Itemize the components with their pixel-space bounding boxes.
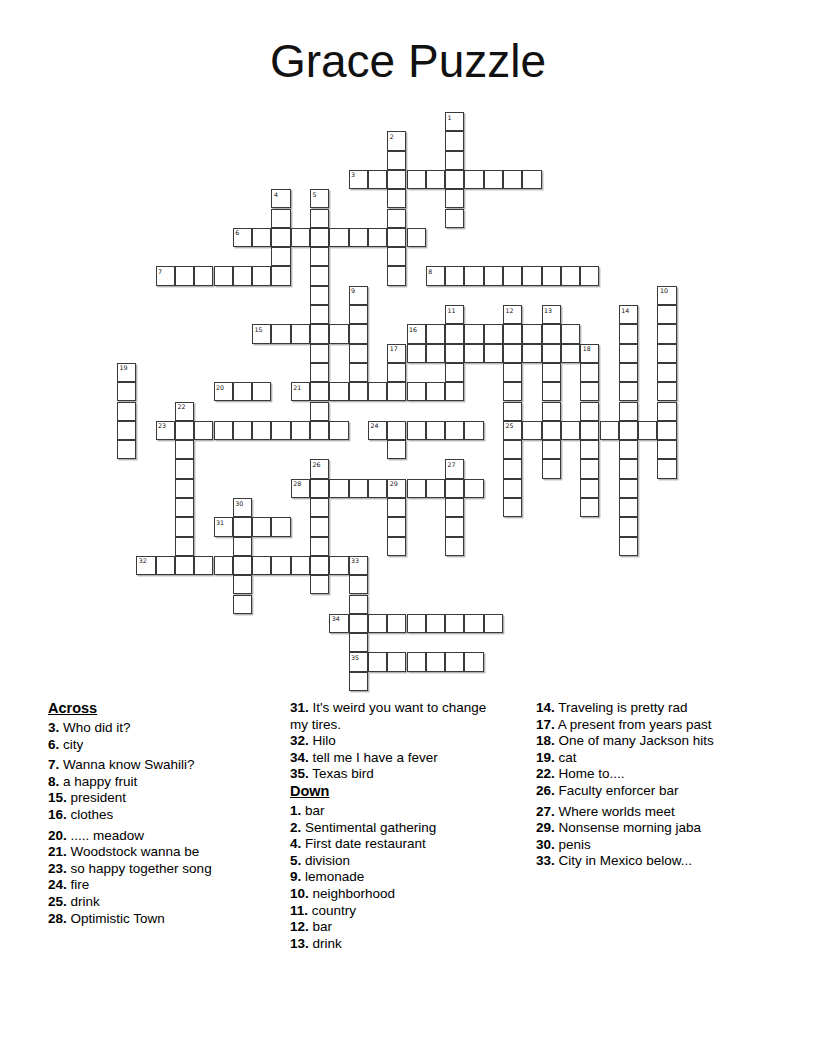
grid-cell-r23c2[interactable] bbox=[156, 556, 175, 575]
cell-number-18: 18 bbox=[583, 345, 591, 352]
grid-cell-r26c14[interactable] bbox=[387, 614, 406, 633]
grid-cell-r11c22[interactable] bbox=[542, 324, 561, 343]
grid-cell-r20c6[interactable]: 30 bbox=[233, 498, 252, 517]
grid-cell-r20c20[interactable] bbox=[503, 498, 522, 517]
grid-cell-r16c26[interactable] bbox=[619, 421, 638, 440]
grid-cell-r18c10[interactable]: 26 bbox=[310, 459, 329, 478]
grid-cell-r11c11[interactable] bbox=[329, 324, 348, 343]
grid-cell-r12c21[interactable] bbox=[522, 344, 541, 363]
grid-cell-r17c3[interactable] bbox=[175, 440, 194, 459]
grid-cell-r14c24[interactable] bbox=[580, 382, 599, 401]
grid-cell-r21c26[interactable] bbox=[619, 517, 638, 536]
clue-column-3: 14. Traveling is pretty rad17. A present… bbox=[536, 700, 791, 952]
grid-cell-r14c10[interactable] bbox=[310, 382, 329, 401]
grid-cell-r23c3[interactable] bbox=[175, 556, 194, 575]
grid-cell-r26c18[interactable] bbox=[464, 614, 483, 633]
grid-cell-r5c10[interactable] bbox=[310, 209, 329, 228]
grid-cell-r14c13[interactable] bbox=[368, 382, 387, 401]
clue-column-1: Across3. Who did it?6. city7. Wanna know… bbox=[48, 700, 278, 952]
clue-11: 11. country bbox=[290, 903, 490, 920]
grid-cell-r14c26[interactable] bbox=[619, 382, 638, 401]
grid-cell-r26c13[interactable] bbox=[368, 614, 387, 633]
clue-34: 34. tell me I have a fever bbox=[290, 750, 490, 767]
cell-number-23: 23 bbox=[158, 422, 166, 429]
grid-cell-r1c17[interactable] bbox=[445, 131, 464, 150]
grid-cell-r23c9[interactable] bbox=[291, 556, 310, 575]
grid-cell-r17c14[interactable] bbox=[387, 440, 406, 459]
grid-cell-r3c17[interactable] bbox=[445, 170, 464, 189]
cell-number-5: 5 bbox=[313, 191, 317, 198]
grid-cell-r26c12[interactable] bbox=[349, 614, 368, 633]
grid-cell-r6c8[interactable] bbox=[271, 228, 290, 247]
grid-cell-r18c28[interactable] bbox=[657, 459, 676, 478]
grid-cell-r22c3[interactable] bbox=[175, 537, 194, 556]
grid-cell-r12c22[interactable] bbox=[542, 344, 561, 363]
grid-cell-r14c20[interactable] bbox=[503, 382, 522, 401]
grid-cell-r8c24[interactable] bbox=[580, 266, 599, 285]
grid-cell-r18c17[interactable]: 27 bbox=[445, 459, 464, 478]
grid-cell-r16c17[interactable] bbox=[445, 421, 464, 440]
grid-cell-r21c3[interactable] bbox=[175, 517, 194, 536]
cell-number-3: 3 bbox=[351, 171, 355, 178]
grid-cell-r12c16[interactable] bbox=[426, 344, 445, 363]
cell-number-34: 34 bbox=[332, 615, 340, 622]
grid-cell-r20c26[interactable] bbox=[619, 498, 638, 517]
grid-cell-r8c20[interactable] bbox=[503, 266, 522, 285]
grid-cell-r28c13[interactable] bbox=[368, 652, 387, 671]
grid-cell-r11c28[interactable] bbox=[657, 324, 676, 343]
grid-cell-r3c12[interactable]: 3 bbox=[349, 170, 368, 189]
grid-cell-r22c26[interactable] bbox=[619, 537, 638, 556]
grid-cell-r22c6[interactable] bbox=[233, 537, 252, 556]
grid-cell-r16c3[interactable] bbox=[175, 421, 194, 440]
grid-cell-r16c25[interactable] bbox=[600, 421, 619, 440]
grid-cell-r21c5[interactable]: 31 bbox=[214, 517, 233, 536]
grid-cell-r21c10[interactable] bbox=[310, 517, 329, 536]
grid-cell-r13c28[interactable] bbox=[657, 363, 676, 382]
grid-cell-r12c24[interactable]: 18 bbox=[580, 344, 599, 363]
grid-cell-r28c18[interactable] bbox=[464, 652, 483, 671]
clue-13: 13. drink bbox=[290, 936, 490, 953]
grid-cell-r16c13[interactable]: 24 bbox=[368, 421, 387, 440]
cell-number-4: 4 bbox=[274, 191, 278, 198]
grid-cell-r7c8[interactable] bbox=[271, 247, 290, 266]
grid-cell-r21c14[interactable] bbox=[387, 517, 406, 536]
grid-cell-r29c12[interactable] bbox=[349, 672, 368, 691]
grid-cell-r13c17[interactable] bbox=[445, 363, 464, 382]
grid-cell-r14c15[interactable] bbox=[407, 382, 426, 401]
grid-cell-r12c23[interactable] bbox=[561, 344, 580, 363]
grid-cell-r12c14[interactable]: 17 bbox=[387, 344, 406, 363]
grid-cell-r19c9[interactable]: 28 bbox=[291, 479, 310, 498]
grid-cell-r16c28[interactable] bbox=[657, 421, 676, 440]
grid-cell-r6c9[interactable] bbox=[291, 228, 310, 247]
clue-22: 22. Home to.... bbox=[536, 766, 791, 783]
grid-cell-r6c11[interactable] bbox=[329, 228, 348, 247]
grid-cell-r3c20[interactable] bbox=[503, 170, 522, 189]
cell-number-11: 11 bbox=[448, 307, 456, 314]
clue-35: 35. Texas bird bbox=[290, 766, 490, 783]
grid-cell-r14c5[interactable]: 20 bbox=[214, 382, 233, 401]
grid-cell-r6c12[interactable] bbox=[349, 228, 368, 247]
grid-cell-r25c6[interactable] bbox=[233, 595, 252, 614]
grid-cell-r10c10[interactable] bbox=[310, 305, 329, 324]
grid-cell-r16c5[interactable] bbox=[214, 421, 233, 440]
cell-number-9: 9 bbox=[351, 287, 355, 294]
grid-cell-r15c26[interactable] bbox=[619, 402, 638, 421]
grid-cell-r2c17[interactable] bbox=[445, 151, 464, 170]
grid-cell-r11c26[interactable] bbox=[619, 324, 638, 343]
grid-cell-r17c28[interactable] bbox=[657, 440, 676, 459]
grid-cell-r13c0[interactable]: 19 bbox=[117, 363, 136, 382]
page-title: Grace Puzzle bbox=[0, 34, 816, 88]
grid-cell-r9c12[interactable]: 9 bbox=[349, 286, 368, 305]
grid-cell-r14c17[interactable] bbox=[445, 382, 464, 401]
grid-cell-r13c24[interactable] bbox=[580, 363, 599, 382]
cell-number-17: 17 bbox=[390, 345, 398, 352]
clue-6: 6. city bbox=[48, 737, 278, 754]
grid-cell-r23c12[interactable]: 33 bbox=[349, 556, 368, 575]
grid-cell-r16c10[interactable] bbox=[310, 421, 329, 440]
grid-cell-r10c26[interactable]: 14 bbox=[619, 305, 638, 324]
cell-number-10: 10 bbox=[660, 287, 668, 294]
grid-cell-r4c8[interactable]: 4 bbox=[271, 189, 290, 208]
grid-cell-r5c14[interactable] bbox=[387, 209, 406, 228]
grid-cell-r12c10[interactable] bbox=[310, 344, 329, 363]
grid-cell-r8c23[interactable] bbox=[561, 266, 580, 285]
grid-cell-r16c15[interactable] bbox=[407, 421, 426, 440]
grid-cell-r7c10[interactable] bbox=[310, 247, 329, 266]
grid-cell-r22c10[interactable] bbox=[310, 537, 329, 556]
clue-1: 1. bar bbox=[290, 803, 490, 820]
grid-cell-r19c15[interactable] bbox=[407, 479, 426, 498]
grid-cell-r12c20[interactable] bbox=[503, 344, 522, 363]
grid-cell-r21c6[interactable] bbox=[233, 517, 252, 536]
grid-cell-r16c24[interactable] bbox=[580, 421, 599, 440]
grid-cell-r11c7[interactable]: 15 bbox=[252, 324, 271, 343]
grid-cell-r28c16[interactable] bbox=[426, 652, 445, 671]
grid-cell-r28c15[interactable] bbox=[407, 652, 426, 671]
grid-cell-r19c10[interactable] bbox=[310, 479, 329, 498]
grid-cell-r14c16[interactable] bbox=[426, 382, 445, 401]
clue-7: 7. Wanna know Swahili? bbox=[48, 757, 278, 774]
grid-cell-r8c7[interactable] bbox=[252, 266, 271, 285]
grid-cell-r19c24[interactable] bbox=[580, 479, 599, 498]
cell-number-12: 12 bbox=[506, 307, 514, 314]
grid-cell-r27c12[interactable] bbox=[349, 633, 368, 652]
grid-cell-r8c6[interactable] bbox=[233, 266, 252, 285]
grid-cell-r8c22[interactable] bbox=[542, 266, 561, 285]
grid-cell-r23c4[interactable] bbox=[194, 556, 213, 575]
grid-cell-r11c19[interactable] bbox=[484, 324, 503, 343]
clue-26: 26. Faculty enforcer bar bbox=[536, 783, 791, 800]
grid-cell-r20c3[interactable] bbox=[175, 498, 194, 517]
grid-cell-r18c3[interactable] bbox=[175, 459, 194, 478]
grid-cell-r10c20[interactable]: 12 bbox=[503, 305, 522, 324]
grid-cell-r19c26[interactable] bbox=[619, 479, 638, 498]
cell-number-8: 8 bbox=[428, 268, 432, 275]
grid-cell-r12c19[interactable] bbox=[484, 344, 503, 363]
grid-cell-r11c8[interactable] bbox=[271, 324, 290, 343]
grid-cell-r19c17[interactable] bbox=[445, 479, 464, 498]
grid-cell-r8c10[interactable] bbox=[310, 266, 329, 285]
grid-cell-r17c24[interactable] bbox=[580, 440, 599, 459]
grid-cell-r14c6[interactable] bbox=[233, 382, 252, 401]
clue-30: 30. penis bbox=[536, 837, 791, 854]
grid-cell-r2c14[interactable] bbox=[387, 151, 406, 170]
grid-cell-r16c21[interactable] bbox=[522, 421, 541, 440]
cell-number-25: 25 bbox=[506, 422, 514, 429]
grid-cell-r28c14[interactable] bbox=[387, 652, 406, 671]
grid-cell-r15c24[interactable] bbox=[580, 402, 599, 421]
clue-33: 33. City in Mexico below... bbox=[536, 853, 791, 870]
grid-cell-r28c17[interactable] bbox=[445, 652, 464, 671]
grid-cell-r23c10[interactable] bbox=[310, 556, 329, 575]
grid-cell-r11c12[interactable] bbox=[349, 324, 368, 343]
grid-cell-r11c16[interactable] bbox=[426, 324, 445, 343]
clue-25: 25. drink bbox=[48, 894, 278, 911]
grid-cell-r8c19[interactable] bbox=[484, 266, 503, 285]
clue-29: 29. Nonsense morning jaba bbox=[536, 820, 791, 837]
grid-cell-r26c17[interactable] bbox=[445, 614, 464, 633]
grid-cell-r16c18[interactable] bbox=[464, 421, 483, 440]
cell-number-2: 2 bbox=[390, 133, 394, 140]
grid-cell-r3c13[interactable] bbox=[368, 170, 387, 189]
grid-cell-r8c16[interactable]: 8 bbox=[426, 266, 445, 285]
grid-cell-r11c21[interactable] bbox=[522, 324, 541, 343]
grid-cell-r14c12[interactable] bbox=[349, 382, 368, 401]
grid-cell-r28c12[interactable]: 35 bbox=[349, 652, 368, 671]
grid-cell-r21c7[interactable] bbox=[252, 517, 271, 536]
grid-cell-r16c14[interactable] bbox=[387, 421, 406, 440]
grid-cell-r8c2[interactable]: 7 bbox=[156, 266, 175, 285]
grid-cell-r16c0[interactable] bbox=[117, 421, 136, 440]
clue-31: 31. It's weird you want to change my tir… bbox=[290, 700, 490, 733]
grid-cell-r10c28[interactable] bbox=[657, 305, 676, 324]
cell-number-31: 31 bbox=[216, 519, 224, 526]
grid-cell-r12c28[interactable] bbox=[657, 344, 676, 363]
grid-cell-r9c10[interactable] bbox=[310, 286, 329, 305]
grid-cell-r16c4[interactable] bbox=[194, 421, 213, 440]
grid-cell-r3c14[interactable] bbox=[387, 170, 406, 189]
grid-cell-r14c9[interactable]: 21 bbox=[291, 382, 310, 401]
grid-cell-r11c23[interactable] bbox=[561, 324, 580, 343]
grid-cell-r7c14[interactable] bbox=[387, 247, 406, 266]
grid-cell-r3c15[interactable] bbox=[407, 170, 426, 189]
grid-cell-r0c17[interactable]: 1 bbox=[445, 112, 464, 131]
grid-cell-r6c7[interactable] bbox=[252, 228, 271, 247]
grid-cell-r8c8[interactable] bbox=[271, 266, 290, 285]
grid-cell-r20c17[interactable] bbox=[445, 498, 464, 517]
grid-cell-r12c17[interactable] bbox=[445, 344, 464, 363]
grid-cell-r13c10[interactable] bbox=[310, 363, 329, 382]
grid-cell-r5c8[interactable] bbox=[271, 209, 290, 228]
grid-cell-r19c18[interactable] bbox=[464, 479, 483, 498]
grid-cell-r18c20[interactable] bbox=[503, 459, 522, 478]
grid-cell-r5c17[interactable] bbox=[445, 209, 464, 228]
grid-cell-r13c22[interactable] bbox=[542, 363, 561, 382]
grid-cell-r6c15[interactable] bbox=[407, 228, 426, 247]
grid-cell-r11c9[interactable] bbox=[291, 324, 310, 343]
grid-cell-r19c11[interactable] bbox=[329, 479, 348, 498]
grid-cell-r8c18[interactable] bbox=[464, 266, 483, 285]
grid-cell-r24c6[interactable] bbox=[233, 575, 252, 594]
grid-cell-r21c8[interactable] bbox=[271, 517, 290, 536]
cell-number-35: 35 bbox=[351, 654, 359, 661]
grid-cell-r15c20[interactable] bbox=[503, 402, 522, 421]
grid-cell-r16c22[interactable] bbox=[542, 421, 561, 440]
grid-cell-r1c14[interactable]: 2 bbox=[387, 131, 406, 150]
grid-cell-r16c20[interactable]: 25 bbox=[503, 421, 522, 440]
grid-cell-r6c13[interactable] bbox=[368, 228, 387, 247]
grid-cell-r16c9[interactable] bbox=[291, 421, 310, 440]
grid-cell-r12c12[interactable] bbox=[349, 344, 368, 363]
cell-number-24: 24 bbox=[370, 422, 378, 429]
grid-cell-r21c17[interactable] bbox=[445, 517, 464, 536]
grid-cell-r12c15[interactable] bbox=[407, 344, 426, 363]
grid-cell-r6c6[interactable]: 6 bbox=[233, 228, 252, 247]
grid-cell-r14c11[interactable] bbox=[329, 382, 348, 401]
grid-cell-r13c12[interactable] bbox=[349, 363, 368, 382]
grid-cell-r26c19[interactable] bbox=[484, 614, 503, 633]
grid-cell-r14c22[interactable] bbox=[542, 382, 561, 401]
grid-cell-r22c14[interactable] bbox=[387, 537, 406, 556]
grid-cell-r26c16[interactable] bbox=[426, 614, 445, 633]
grid-cell-r23c6[interactable] bbox=[233, 556, 252, 575]
clue-20: 20. ..... meadow bbox=[48, 828, 278, 845]
grid-cell-r8c3[interactable] bbox=[175, 266, 194, 285]
grid-cell-r18c26[interactable] bbox=[619, 459, 638, 478]
grid-cell-r23c8[interactable] bbox=[271, 556, 290, 575]
grid-cell-r13c26[interactable] bbox=[619, 363, 638, 382]
grid-cell-r23c7[interactable] bbox=[252, 556, 271, 575]
grid-cell-r25c12[interactable] bbox=[349, 595, 368, 614]
grid-cell-r17c0[interactable] bbox=[117, 440, 136, 459]
grid-cell-r17c26[interactable] bbox=[619, 440, 638, 459]
grid-cell-r16c27[interactable] bbox=[638, 421, 657, 440]
grid-cell-r10c17[interactable]: 11 bbox=[445, 305, 464, 324]
grid-cell-r18c24[interactable] bbox=[580, 459, 599, 478]
grid-cell-r22c17[interactable] bbox=[445, 537, 464, 556]
grid-cell-r13c14[interactable] bbox=[387, 363, 406, 382]
grid-cell-r6c10[interactable] bbox=[310, 228, 329, 247]
grid-cell-r3c19[interactable] bbox=[484, 170, 503, 189]
grid-cell-r14c28[interactable] bbox=[657, 382, 676, 401]
grid-cell-r12c26[interactable] bbox=[619, 344, 638, 363]
grid-cell-r16c11[interactable] bbox=[329, 421, 348, 440]
cell-number-27: 27 bbox=[448, 461, 456, 468]
grid-cell-r18c22[interactable] bbox=[542, 459, 561, 478]
grid-cell-r20c10[interactable] bbox=[310, 498, 329, 517]
grid-cell-r3c21[interactable] bbox=[522, 170, 541, 189]
grid-cell-r23c5[interactable] bbox=[214, 556, 233, 575]
grid-cell-r16c23[interactable] bbox=[561, 421, 580, 440]
grid-cell-r9c28[interactable]: 10 bbox=[657, 286, 676, 305]
grid-cell-r24c12[interactable] bbox=[349, 575, 368, 594]
cell-number-21: 21 bbox=[293, 384, 301, 391]
grid-cell-r6c14[interactable] bbox=[387, 228, 406, 247]
clue-9: 9. lemonade bbox=[290, 869, 490, 886]
grid-cell-r3c16[interactable] bbox=[426, 170, 445, 189]
grid-cell-r4c14[interactable] bbox=[387, 189, 406, 208]
grid-cell-r8c21[interactable] bbox=[522, 266, 541, 285]
grid-cell-r8c5[interactable] bbox=[214, 266, 233, 285]
grid-cell-r17c22[interactable] bbox=[542, 440, 561, 459]
grid-cell-r10c12[interactable] bbox=[349, 305, 368, 324]
grid-cell-r23c11[interactable] bbox=[329, 556, 348, 575]
grid-cell-r16c2[interactable]: 23 bbox=[156, 421, 175, 440]
clue-24: 24. fire bbox=[48, 877, 278, 894]
grid-cell-r3c18[interactable] bbox=[464, 170, 483, 189]
grid-cell-r16c7[interactable] bbox=[252, 421, 271, 440]
grid-cell-r11c20[interactable] bbox=[503, 324, 522, 343]
clue-18: 18. One of many Jackson hits bbox=[536, 733, 791, 750]
grid-cell-r12c18[interactable] bbox=[464, 344, 483, 363]
clue-12: 12. bar bbox=[290, 919, 490, 936]
grid-cell-r20c24[interactable] bbox=[580, 498, 599, 517]
grid-cell-r8c14[interactable] bbox=[387, 266, 406, 285]
grid-cell-r26c15[interactable] bbox=[407, 614, 426, 633]
grid-cell-r20c14[interactable] bbox=[387, 498, 406, 517]
grid-cell-r8c4[interactable] bbox=[194, 266, 213, 285]
grid-cell-r26c11[interactable]: 34 bbox=[329, 614, 348, 633]
cell-number-19: 19 bbox=[120, 364, 128, 371]
grid-cell-r19c16[interactable] bbox=[426, 479, 445, 498]
grid-cell-r14c7[interactable] bbox=[252, 382, 271, 401]
grid-cell-r8c17[interactable] bbox=[445, 266, 464, 285]
grid-cell-r11c17[interactable] bbox=[445, 324, 464, 343]
grid-cell-r16c8[interactable] bbox=[271, 421, 290, 440]
clue-column-2: 31. It's weird you want to change my tir… bbox=[290, 700, 490, 952]
grid-cell-r15c10[interactable] bbox=[310, 402, 329, 421]
cell-number-7: 7 bbox=[158, 268, 162, 275]
grid-cell-r19c3[interactable] bbox=[175, 479, 194, 498]
grid-cell-r19c12[interactable] bbox=[349, 479, 368, 498]
clue-17: 17. A present from years past bbox=[536, 717, 791, 734]
grid-cell-r14c0[interactable] bbox=[117, 382, 136, 401]
grid-cell-r19c14[interactable]: 29 bbox=[387, 479, 406, 498]
grid-cell-r11c10[interactable] bbox=[310, 324, 329, 343]
grid-cell-r17c20[interactable] bbox=[503, 440, 522, 459]
clue-27: 27. Where worlds meet bbox=[536, 804, 791, 821]
grid-cell-r14c14[interactable] bbox=[387, 382, 406, 401]
grid-cell-r10c22[interactable]: 13 bbox=[542, 305, 561, 324]
grid-cell-r11c18[interactable] bbox=[464, 324, 483, 343]
cell-number-26: 26 bbox=[313, 461, 321, 468]
grid-cell-r4c17[interactable] bbox=[445, 189, 464, 208]
clue-19: 19. cat bbox=[536, 750, 791, 767]
grid-cell-r19c20[interactable] bbox=[503, 479, 522, 498]
grid-cell-r15c3[interactable]: 22 bbox=[175, 402, 194, 421]
clues-header-down: Down bbox=[290, 783, 490, 800]
clue-4: 4. First date restaurant bbox=[290, 836, 490, 853]
grid-cell-r15c28[interactable] bbox=[657, 402, 676, 421]
clues-header-across: Across bbox=[48, 700, 278, 717]
grid-cell-r24c10[interactable] bbox=[310, 575, 329, 594]
grid-cell-r15c0[interactable] bbox=[117, 402, 136, 421]
cell-number-13: 13 bbox=[544, 307, 552, 314]
clue-lists: Across3. Who did it?6. city7. Wanna know… bbox=[48, 700, 791, 952]
grid-cell-r13c20[interactable] bbox=[503, 363, 522, 382]
grid-cell-r23c1[interactable]: 32 bbox=[136, 556, 155, 575]
grid-cell-r15c22[interactable] bbox=[542, 402, 561, 421]
grid-cell-r16c6[interactable] bbox=[233, 421, 252, 440]
grid-cell-r19c13[interactable] bbox=[368, 479, 387, 498]
grid-cell-r4c10[interactable]: 5 bbox=[310, 189, 329, 208]
grid-cell-r11c15[interactable]: 16 bbox=[407, 324, 426, 343]
grid-cell-r16c16[interactable] bbox=[426, 421, 445, 440]
cell-number-28: 28 bbox=[293, 480, 301, 487]
